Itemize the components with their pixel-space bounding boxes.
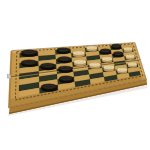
dark-checker-piece-r6c2[interactable] [59,76,73,81]
light-checker-piece-r3c7[interactable] [126,54,135,58]
dark-checker-piece-r0c0[interactable] [21,50,37,55]
light-checker-piece-r1c7[interactable] [124,47,133,51]
light-checker-piece-r3c5[interactable] [102,57,113,61]
dark-checker-piece-r2c2[interactable] [58,57,71,62]
light-checker-piece-r5c7[interactable] [128,62,137,66]
dark-checker-piece-r0c6[interactable] [111,44,120,48]
checkers-board [0,0,150,150]
light-checker-piece-r4c4[interactable] [89,62,101,67]
clasp-latch [7,75,11,78]
dark-checker-piece-r4c2[interactable] [58,66,72,71]
light-checker-piece-r6c6[interactable] [117,68,127,72]
dark-checker-piece-r2c0[interactable] [21,60,37,65]
light-checker-piece-r5c5[interactable] [104,65,115,69]
dark-checker-piece-r0c2[interactable] [57,48,70,52]
dark-checker-piece-r2c6[interactable] [113,52,123,56]
dark-checker-piece-r3c1[interactable] [40,63,55,68]
photo-scene [0,0,150,150]
dark-checker-piece-r1c5[interactable] [100,49,110,53]
light-checker-piece-r1c3[interactable] [73,51,85,55]
light-checker-piece-r0c4[interactable] [86,46,97,50]
light-checker-piece-r3c3[interactable] [74,60,86,65]
dark-checker-piece-r7c1[interactable] [41,84,57,90]
